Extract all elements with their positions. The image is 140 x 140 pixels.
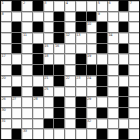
- cell-r5c5[interactable]: 15: [44, 44, 54, 54]
- cell-r5c6[interactable]: 16: [54, 44, 64, 54]
- cell-r1c7[interactable]: 4: [65, 1, 75, 11]
- clue-number-4: 4: [66, 1, 68, 5]
- cell-r9c13[interactable]: [129, 87, 139, 97]
- cell-r1c13[interactable]: 7: [129, 1, 139, 11]
- cell-r4c7[interactable]: 12: [65, 33, 75, 43]
- cell-r10c9[interactable]: 29: [87, 97, 97, 107]
- clue-number-2: 2: [23, 1, 25, 5]
- cell-r13c7[interactable]: [65, 129, 75, 139]
- clue-number-12: 12: [66, 33, 70, 37]
- clue-number-15: 15: [44, 44, 48, 48]
- cell-r6c7[interactable]: [65, 54, 75, 64]
- cell-r11c7[interactable]: [65, 108, 75, 118]
- cell-r10c12-block: [119, 97, 129, 107]
- cell-r13c13[interactable]: [129, 129, 139, 139]
- cell-r1c9[interactable]: [87, 1, 97, 11]
- cell-r11c11[interactable]: [108, 108, 118, 118]
- cell-r8c8[interactable]: 23: [76, 76, 86, 86]
- cell-r8c12[interactable]: [119, 76, 129, 86]
- cell-r2c7[interactable]: [65, 12, 75, 22]
- cell-r12c11[interactable]: [108, 119, 118, 129]
- cell-r8c9[interactable]: 24: [87, 76, 97, 86]
- cell-r6c6[interactable]: [54, 54, 64, 64]
- cell-r10c5[interactable]: [44, 97, 54, 107]
- cell-r3c6-block: [54, 22, 64, 32]
- cell-r4c11[interactable]: 14: [108, 33, 118, 43]
- cell-r6c11[interactable]: [108, 54, 118, 64]
- cell-r7c1[interactable]: [1, 65, 11, 75]
- cell-r2c3[interactable]: [22, 12, 32, 22]
- cell-r4c2-block: [12, 33, 22, 43]
- cell-r5c13[interactable]: [129, 44, 139, 54]
- cell-r12c1[interactable]: 31: [1, 119, 11, 129]
- cell-r9c5[interactable]: 25: [44, 87, 54, 97]
- cell-r7c5-block: [44, 65, 54, 75]
- cell-r8c6-block: [54, 76, 64, 86]
- cell-r5c2-block: [12, 44, 22, 54]
- cell-r8c4[interactable]: [33, 76, 43, 86]
- cell-r10c6-block: [54, 97, 64, 107]
- cell-r13c4[interactable]: [33, 129, 43, 139]
- cell-r13c10-block: [97, 129, 107, 139]
- cell-r1c1[interactable]: 1: [1, 1, 11, 11]
- cell-r2c11[interactable]: [108, 12, 118, 22]
- cell-r5c7[interactable]: [65, 44, 75, 54]
- clue-number-17: 17: [2, 54, 6, 58]
- clue-number-11: 11: [23, 33, 27, 37]
- cell-r11c2[interactable]: [12, 108, 22, 118]
- clue-number-10: 10: [87, 22, 91, 26]
- cell-r4c6-block: [54, 33, 64, 43]
- cell-r11c4[interactable]: [33, 108, 43, 118]
- cell-r2c2[interactable]: [12, 12, 22, 22]
- cell-r13c5[interactable]: [44, 129, 54, 139]
- cell-r2c10[interactable]: 9: [97, 12, 107, 22]
- clue-number-20: 20: [2, 76, 6, 80]
- cell-r8c13[interactable]: [129, 76, 139, 86]
- cell-r12c2[interactable]: [12, 119, 22, 129]
- cell-r7c2-block: [12, 65, 22, 75]
- cell-r13c3[interactable]: 33: [22, 129, 32, 139]
- cell-r3c10-block: [97, 22, 107, 32]
- cell-r1c8[interactable]: [76, 1, 86, 11]
- cell-r6c12[interactable]: [119, 54, 129, 64]
- cell-r10c8-block: [76, 97, 86, 107]
- cell-r4c3[interactable]: 11: [22, 33, 32, 43]
- cell-r6c2[interactable]: [12, 54, 22, 64]
- cell-r9c6[interactable]: [54, 87, 64, 97]
- clue-number-30: 30: [2, 108, 6, 112]
- cell-r1c3[interactable]: 2: [22, 1, 32, 11]
- clue-number-6: 6: [108, 1, 110, 5]
- cell-r4c9[interactable]: [87, 33, 97, 43]
- cell-r2c6-block: [54, 12, 64, 22]
- cell-r2c4[interactable]: [33, 12, 43, 22]
- cell-r10c1[interactable]: 26: [1, 97, 11, 107]
- cell-r2c8-block: [76, 12, 86, 22]
- clue-number-14: 14: [108, 33, 112, 37]
- cell-r7c7[interactable]: [65, 65, 75, 75]
- cell-r11c12-block: [119, 108, 129, 118]
- cell-r10c10[interactable]: [97, 97, 107, 107]
- cell-r4c8[interactable]: 13: [76, 33, 86, 43]
- clue-number-22: 22: [66, 76, 70, 80]
- cell-r3c13[interactable]: [129, 22, 139, 32]
- cell-r4c10-block: [97, 33, 107, 43]
- cell-r5c11[interactable]: [108, 44, 118, 54]
- clue-number-18: 18: [44, 54, 48, 58]
- cell-r2c12[interactable]: [119, 12, 129, 22]
- clue-number-9: 9: [98, 12, 100, 16]
- cell-r13c8[interactable]: [76, 129, 86, 139]
- cell-r12c5-block: [44, 119, 54, 129]
- cell-r11c13[interactable]: [129, 108, 139, 118]
- cell-r3c1[interactable]: [1, 22, 11, 32]
- cell-r8c1[interactable]: 20: [1, 76, 11, 86]
- clue-number-23: 23: [76, 76, 80, 80]
- cell-r2c9-block: [87, 12, 97, 22]
- cell-r3c4-block: [33, 22, 43, 32]
- cell-r12c4[interactable]: [33, 119, 43, 129]
- cell-r9c10-block: [97, 87, 107, 97]
- cell-r1c11[interactable]: 6: [108, 1, 118, 11]
- cell-r11c9[interactable]: [87, 108, 97, 118]
- cell-r7c3[interactable]: [22, 65, 32, 75]
- clue-number-26: 26: [2, 97, 6, 101]
- cell-r11c6-block: [54, 108, 64, 118]
- cell-r6c4-block: [33, 54, 43, 64]
- cell-r6c8-block: [76, 54, 86, 64]
- cell-r3c8-block: [76, 22, 86, 32]
- clue-number-7: 7: [130, 1, 132, 5]
- cell-r7c10-block: [97, 65, 107, 75]
- cell-r9c9[interactable]: [87, 87, 97, 97]
- cell-r3c5[interactable]: [44, 22, 54, 32]
- cell-r10c2[interactable]: 27: [12, 97, 22, 107]
- cell-r13c11[interactable]: [108, 129, 118, 139]
- cell-r11c8-block: [76, 108, 86, 118]
- cell-r4c13[interactable]: [129, 33, 139, 43]
- cell-r4c5[interactable]: [44, 33, 54, 43]
- cell-r4c1[interactable]: [1, 33, 11, 43]
- cell-r1c2-block: [12, 1, 22, 11]
- cell-r8c3[interactable]: [22, 76, 32, 86]
- clue-number-19: 19: [87, 54, 91, 58]
- cell-r5c12-block: [119, 44, 129, 54]
- cell-r3c12-block: [119, 22, 129, 32]
- cell-r6c9[interactable]: 19: [87, 54, 97, 64]
- clue-number-33: 33: [23, 129, 27, 133]
- cell-r7c6-block: [54, 65, 64, 75]
- cell-r7c11[interactable]: [108, 65, 118, 75]
- cell-r3c2-block: [12, 22, 22, 32]
- cell-r11c10-block: [97, 108, 107, 118]
- crossword-puzzle: 1234567891011121314151617181920212223242…: [0, 0, 140, 140]
- cell-r9c7[interactable]: [65, 87, 75, 97]
- cell-r12c6-block: [54, 119, 64, 129]
- cell-r2c1[interactable]: 8: [1, 12, 11, 22]
- cell-r5c4-block: [33, 44, 43, 54]
- cell-r5c8[interactable]: [76, 44, 86, 54]
- cell-r10c7[interactable]: [65, 97, 75, 107]
- cell-r12c12[interactable]: [119, 119, 129, 129]
- clue-number-21: 21: [44, 76, 48, 80]
- cell-r9c11[interactable]: [108, 87, 118, 97]
- cell-r3c11[interactable]: [108, 22, 118, 32]
- clue-number-8: 8: [2, 12, 4, 16]
- cell-r8c11[interactable]: [108, 76, 118, 86]
- cell-r4c4[interactable]: [33, 33, 43, 43]
- cell-r2c13[interactable]: [129, 12, 139, 22]
- cell-r12c8-block: [76, 119, 86, 129]
- cell-r10c4[interactable]: 28: [33, 97, 43, 107]
- cell-r9c8[interactable]: [76, 87, 86, 97]
- clue-number-24: 24: [87, 76, 91, 80]
- clue-number-32: 32: [87, 119, 91, 123]
- clue-number-5: 5: [98, 1, 100, 5]
- cell-r12c3[interactable]: [22, 119, 32, 129]
- cell-r7c13[interactable]: [129, 65, 139, 75]
- cell-r7c8-block: [76, 65, 86, 75]
- cell-r6c3[interactable]: [22, 54, 32, 64]
- cell-r7c12-block: [119, 65, 129, 75]
- clue-number-16: 16: [55, 44, 59, 48]
- cell-r13c6[interactable]: [54, 129, 64, 139]
- cell-r4c12[interactable]: [119, 33, 129, 43]
- cell-r9c3[interactable]: [22, 87, 32, 97]
- cell-r1c10[interactable]: 5: [97, 1, 107, 11]
- cell-r12c9[interactable]: 32: [87, 119, 97, 129]
- crossword-board: 1234567891011121314151617181920212223242…: [0, 0, 140, 140]
- cell-r5c3[interactable]: [22, 44, 32, 54]
- cell-r12c13[interactable]: [129, 119, 139, 129]
- clue-number-28: 28: [34, 97, 38, 101]
- cell-r6c13[interactable]: [129, 54, 139, 64]
- clue-number-31: 31: [2, 119, 6, 123]
- cell-r3c3[interactable]: [22, 22, 32, 32]
- cell-r12c7[interactable]: [65, 119, 75, 129]
- cell-r6c1[interactable]: 17: [1, 54, 11, 64]
- cell-r9c2-block: [12, 87, 22, 97]
- cell-r11c5[interactable]: [44, 108, 54, 118]
- cell-r8c10-block: [97, 76, 107, 86]
- cell-r6c10[interactable]: [97, 54, 107, 64]
- cell-r12c10[interactable]: [97, 119, 107, 129]
- cell-r9c4-block: [33, 87, 43, 97]
- clue-number-25: 25: [44, 87, 48, 91]
- cell-r11c3[interactable]: [22, 108, 32, 118]
- clue-number-27: 27: [12, 97, 16, 101]
- clue-number-29: 29: [87, 97, 91, 101]
- cell-r5c10-block: [97, 44, 107, 54]
- cell-r2c5[interactable]: [44, 12, 54, 22]
- cell-r7c9-block: [87, 65, 97, 75]
- clue-number-13: 13: [76, 33, 80, 37]
- cell-r13c1[interactable]: [1, 129, 11, 139]
- cell-r11c1[interactable]: 30: [1, 108, 11, 118]
- cell-r8c5[interactable]: 21: [44, 76, 54, 86]
- cell-r5c9[interactable]: [87, 44, 97, 54]
- cell-r10c11[interactable]: [108, 97, 118, 107]
- clue-number-3: 3: [44, 1, 46, 5]
- cell-r10c13[interactable]: [129, 97, 139, 107]
- cell-r8c2[interactable]: [12, 76, 22, 86]
- cell-r3c9[interactable]: 10: [87, 22, 97, 32]
- cell-r8c7[interactable]: 22: [65, 76, 75, 86]
- cell-r1c6[interactable]: [54, 1, 64, 11]
- cell-r9c12-block: [119, 87, 129, 97]
- cell-r5c1[interactable]: [1, 44, 11, 54]
- cell-r13c12-block: [119, 129, 129, 139]
- cell-r1c12-block: [119, 1, 129, 11]
- cell-r1c5[interactable]: 3: [44, 1, 54, 11]
- cell-r9c1[interactable]: [1, 87, 11, 97]
- clue-number-1: 1: [2, 1, 4, 5]
- cell-r6c5[interactable]: 18: [44, 54, 54, 64]
- cell-r13c9[interactable]: [87, 129, 97, 139]
- cell-r7c4-block: [33, 65, 43, 75]
- cell-r3c7[interactable]: [65, 22, 75, 32]
- cell-r1c4-block: [33, 1, 43, 11]
- cell-r13c2-block: [12, 129, 22, 139]
- cell-r10c3[interactable]: [22, 97, 32, 107]
